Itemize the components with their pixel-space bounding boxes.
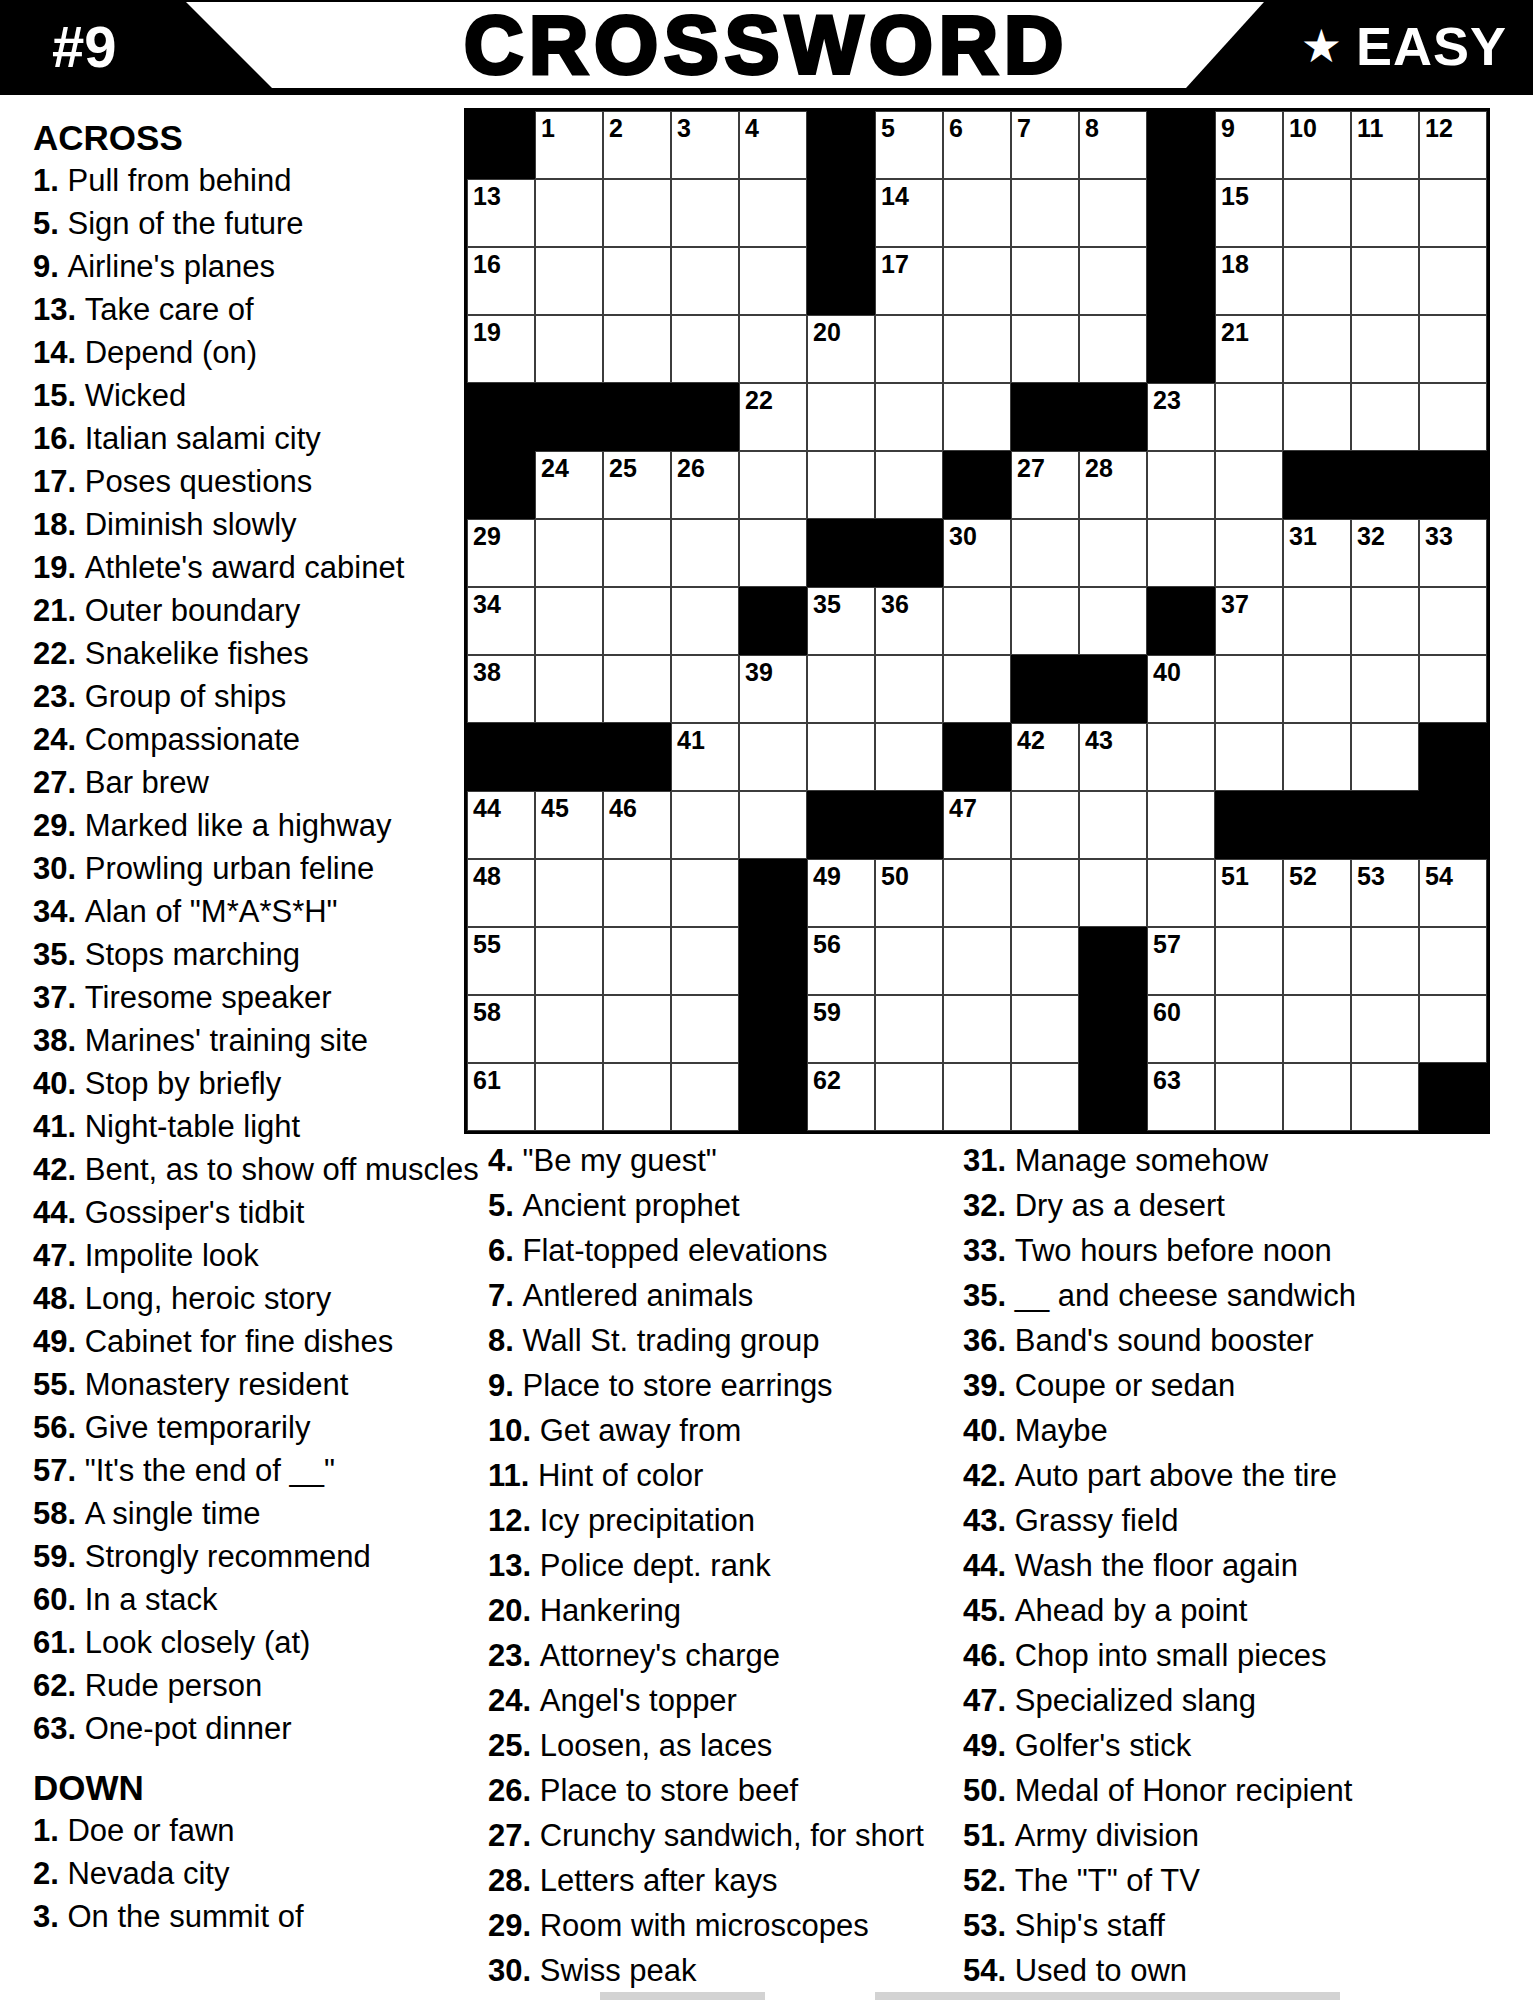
grid-cell[interactable] [603,587,671,655]
grid-cell[interactable] [1419,383,1487,451]
grid-cell[interactable] [1419,247,1487,315]
grid-cell[interactable] [535,519,603,587]
grid-cell[interactable] [1351,995,1419,1063]
grid-cell[interactable] [1011,179,1079,247]
clue-number: 1. [33,1813,67,1848]
clue-number: 4. [488,1143,522,1178]
grid-cell[interactable] [1079,791,1147,859]
grid-cell[interactable] [1079,519,1147,587]
cell-number: 15 [1221,181,1249,211]
down-header: DOWN [33,1766,479,1809]
grid-cell[interactable]: 59 [807,995,875,1063]
clue-text: Swiss peak [540,1953,697,1988]
grid-cell[interactable]: 1 [535,111,603,179]
grid-cell[interactable] [1147,451,1215,519]
clue-number: 62. [33,1668,85,1703]
clue-number: 59. [33,1539,85,1574]
grid-cell[interactable]: 11 [1351,111,1419,179]
grid-cell[interactable] [671,587,739,655]
clue-across-62: 62. Rude person [33,1664,479,1707]
grid-cell[interactable] [671,655,739,723]
grid-cell[interactable] [875,383,943,451]
grid-cell[interactable] [807,383,875,451]
grid-cell[interactable]: 45 [535,791,603,859]
grid-cell[interactable]: 30 [943,519,1011,587]
grid-cell[interactable] [1351,1063,1419,1131]
grid-cell[interactable] [1419,995,1487,1063]
grid-cell[interactable]: 26 [671,451,739,519]
grid-cell[interactable]: 22 [739,383,807,451]
grid-cell[interactable] [875,451,943,519]
clue-text: Strongly recommend [85,1539,371,1574]
black-cell [1419,723,1487,791]
clue-text: Night-table light [85,1109,300,1144]
clue-across-24: 24. Compassionate [33,718,479,761]
grid-cell[interactable] [535,315,603,383]
grid-cell[interactable]: 49 [807,859,875,927]
grid-cell[interactable] [739,451,807,519]
grid-cell[interactable] [1215,995,1283,1063]
clue-number: 10. [488,1413,540,1448]
grid-cell[interactable] [1011,859,1079,927]
grid-cell[interactable] [1419,179,1487,247]
clue-number: 43. [963,1503,1015,1538]
clue-text: __ and cheese sandwich [1015,1278,1356,1313]
clue-text: Rude person [85,1668,263,1703]
cell-number: 9 [1221,113,1235,143]
grid-cell[interactable] [1283,179,1351,247]
grid-cell[interactable] [807,723,875,791]
clue-number: 49. [33,1324,85,1359]
grid-cell[interactable]: 28 [1079,451,1147,519]
clue-text: Dry as a desert [1015,1188,1225,1223]
grid-cell[interactable] [739,791,807,859]
grid-cell[interactable]: 56 [807,927,875,995]
black-cell [1147,247,1215,315]
grid-cell[interactable] [671,247,739,315]
grid-cell[interactable] [875,1063,943,1131]
grid-cell[interactable] [1215,723,1283,791]
clue-down-13: 13. Police dept. rank [488,1543,924,1588]
grid-cell[interactable]: 63 [1147,1063,1215,1131]
grid-cell[interactable] [807,655,875,723]
grid-cell[interactable] [1419,927,1487,995]
grid-cell[interactable] [535,995,603,1063]
difficulty-badge: ★ EASY [1301,0,1507,92]
cell-number: 36 [881,589,909,619]
grid-cell[interactable]: 4 [739,111,807,179]
grid-cell[interactable]: 42 [1011,723,1079,791]
grid-cell[interactable]: 17 [875,247,943,315]
clue-text: Impolite look [85,1238,259,1273]
clue-number: 47. [33,1238,85,1273]
grid-cell[interactable]: 32 [1351,519,1419,587]
clue-text: "Be my guest" [522,1143,716,1178]
grid-cell[interactable] [943,587,1011,655]
grid-cell[interactable] [1351,587,1419,655]
clue-number: 19. [33,550,85,585]
grid-cell[interactable]: 7 [1011,111,1079,179]
black-cell [1079,1063,1147,1131]
black-cell [1419,451,1487,519]
grid-cell[interactable] [1215,927,1283,995]
grid-cell[interactable] [1215,1063,1283,1131]
clue-number: 23. [488,1638,540,1673]
grid-cell[interactable] [603,655,671,723]
black-cell [1079,927,1147,995]
grid-cell[interactable]: 9 [1215,111,1283,179]
clue-number: 21. [33,593,85,628]
clue-across-13: 13. Take care of [33,288,479,331]
clue-text: Depend (on) [85,335,257,370]
grid-cell[interactable] [603,315,671,383]
grid-cell[interactable] [1419,587,1487,655]
black-cell [739,859,807,927]
grid-cell[interactable] [1011,995,1079,1063]
cell-number: 41 [677,725,705,755]
grid-cell[interactable] [943,1063,1011,1131]
grid-cell[interactable] [1215,451,1283,519]
clue-text: Coupe or sedan [1015,1368,1236,1403]
grid-cell[interactable]: 27 [1011,451,1079,519]
grid-cell[interactable] [535,179,603,247]
grid-cell[interactable] [1079,315,1147,383]
grid-cell[interactable] [875,315,943,383]
grid-cell[interactable] [875,723,943,791]
grid-cell[interactable] [535,587,603,655]
grid-cell[interactable] [1011,315,1079,383]
grid-cell[interactable] [739,247,807,315]
clue-text: Get away from [540,1413,742,1448]
grid-cell[interactable] [739,315,807,383]
clue-down-24: 24. Angel's topper [488,1678,924,1723]
black-cell [1147,179,1215,247]
black-cell [1283,791,1351,859]
grid-cell[interactable] [671,859,739,927]
grid-cell[interactable] [1419,655,1487,723]
clue-text: Bent, as to show off muscles [85,1152,479,1187]
clue-text: Room with microscopes [540,1908,869,1943]
grid-cell[interactable] [1283,315,1351,383]
grid-cell[interactable]: 8 [1079,111,1147,179]
cell-number: 46 [609,793,637,823]
grid-cell[interactable]: 25 [603,451,671,519]
cell-number: 32 [1357,521,1385,551]
clue-across-17: 17. Poses questions [33,460,479,503]
clue-number: 54. [963,1953,1015,1988]
clue-text: Ship's staff [1015,1908,1165,1943]
grid-cell[interactable] [739,723,807,791]
grid-cell[interactable] [535,655,603,723]
clue-text: Gossiper's tidbit [85,1195,305,1230]
clue-text: Icy precipitation [540,1503,755,1538]
grid-cell[interactable] [1419,315,1487,383]
grid-cell[interactable] [1283,383,1351,451]
grid-cell[interactable]: 52 [1283,859,1351,927]
clue-across-63: 63. One-pot dinner [33,1707,479,1750]
clue-down-32: 32. Dry as a desert [963,1183,1356,1228]
clue-number: 2. [33,1856,67,1891]
grid-cell[interactable] [1011,791,1079,859]
clue-down-53: 53. Ship's staff [963,1903,1356,1948]
grid-cell[interactable] [1079,859,1147,927]
cell-number: 1 [541,113,555,143]
black-cell [1419,791,1487,859]
clue-across-16: 16. Italian salami city [33,417,479,460]
grid-cell[interactable]: 12 [1419,111,1487,179]
clue-number: 13. [488,1548,540,1583]
grid-cell[interactable] [1283,723,1351,791]
grid-cell[interactable] [535,927,603,995]
cell-number: 40 [1153,657,1181,687]
clue-text: Cabinet for fine dishes [85,1324,393,1359]
clue-across-44: 44. Gossiper's tidbit [33,1191,479,1234]
grid-cell[interactable] [603,859,671,927]
grid-cell[interactable] [1283,655,1351,723]
grid-cell[interactable]: 21 [1215,315,1283,383]
grid-cell[interactable]: 62 [807,1063,875,1131]
clue-across-18: 18. Diminish slowly [33,503,479,546]
black-cell [1351,451,1419,519]
cell-number: 56 [813,929,841,959]
black-cell [739,1063,807,1131]
grid-cell[interactable] [603,247,671,315]
grid-cell[interactable] [671,927,739,995]
clue-number: 53. [963,1908,1015,1943]
grid-cell[interactable]: 35 [807,587,875,655]
grid-cell[interactable] [603,927,671,995]
grid-cell[interactable] [1147,723,1215,791]
cell-number: 25 [609,453,637,483]
grid-cell[interactable] [1215,383,1283,451]
clue-text: Wall St. trading group [522,1323,819,1358]
grid-cell[interactable]: 40 [1147,655,1215,723]
grid-cell[interactable]: 53 [1351,859,1419,927]
clue-across-5: 5. Sign of the future [33,202,479,245]
grid-cell[interactable] [603,519,671,587]
clue-number: 12. [488,1503,540,1538]
grid-cell[interactable] [943,927,1011,995]
black-cell [739,995,807,1063]
grid-cell[interactable] [671,995,739,1063]
clue-text: Loosen, as laces [540,1728,773,1763]
grid-cell[interactable]: 36 [875,587,943,655]
down-clue-list-col1: 1. Doe or fawn2. Nevada city3. On the su… [33,1809,479,1938]
grid-cell[interactable]: 46 [603,791,671,859]
grid-cell[interactable]: 20 [807,315,875,383]
grid-cell[interactable] [943,247,1011,315]
grid-cell[interactable]: 57 [1147,927,1215,995]
clue-number: 40. [963,1413,1015,1448]
grid-cell[interactable]: 6 [943,111,1011,179]
grid-cell[interactable]: 23 [1147,383,1215,451]
clue-text: Used to own [1015,1953,1187,1988]
header-bar: #9 CROSSWORD ★ EASY [0,0,1533,95]
grid-cell[interactable] [875,655,943,723]
grid-cell[interactable]: 14 [875,179,943,247]
grid-cell[interactable] [1351,723,1419,791]
grid-cell[interactable] [671,179,739,247]
grid-cell[interactable] [1283,587,1351,655]
grid-cell[interactable] [1079,587,1147,655]
grid-cell[interactable] [943,859,1011,927]
grid-cell[interactable] [535,859,603,927]
grid-cell[interactable]: 54 [1419,859,1487,927]
clue-text: Stop by briefly [85,1066,281,1101]
clue-number: 36. [963,1323,1015,1358]
clue-text: Stops marching [85,937,300,972]
clue-text: Athlete's award cabinet [85,550,405,585]
cell-number: 18 [1221,249,1249,279]
grid-cell[interactable] [535,247,603,315]
clue-text: In a stack [85,1582,218,1617]
clue-text: Army division [1015,1818,1199,1853]
grid-cell[interactable] [1147,859,1215,927]
clue-across-61: 61. Look closely (at) [33,1621,479,1664]
grid-cell[interactable] [1283,927,1351,995]
grid-cell[interactable] [1283,1063,1351,1131]
grid-cell[interactable] [671,1063,739,1131]
clue-number: 31. [963,1143,1015,1178]
grid-cell[interactable] [943,315,1011,383]
clue-text: Police dept. rank [540,1548,771,1583]
clue-text: Hankering [540,1593,681,1628]
clue-across-23: 23. Group of ships [33,675,479,718]
grid-cell[interactable]: 10 [1283,111,1351,179]
clue-text: Golfer's stick [1015,1728,1191,1763]
black-cell [807,519,875,587]
across-clue-column: ACROSS 1. Pull from behind5. Sign of the… [33,116,479,1938]
black-cell [807,247,875,315]
grid-cell[interactable] [671,791,739,859]
clue-text: Give temporarily [85,1410,311,1445]
clue-down-30: 30. Swiss peak [488,1948,924,1993]
clue-number: 38. [33,1023,85,1058]
grid-cell[interactable] [739,179,807,247]
grid-cell[interactable] [603,995,671,1063]
grid-cell[interactable] [1079,247,1147,315]
grid-cell[interactable]: 43 [1079,723,1147,791]
grid-cell[interactable]: 2 [603,111,671,179]
grid-cell[interactable] [1351,315,1419,383]
grid-cell[interactable] [1011,927,1079,995]
grid-cell[interactable]: 31 [1283,519,1351,587]
grid-cell[interactable]: 60 [1147,995,1215,1063]
clue-across-57: 57. "It's the end of __" [33,1449,479,1492]
grid-cell[interactable]: 47 [943,791,1011,859]
clue-text: Look closely (at) [85,1625,311,1660]
clue-number: 56. [33,1410,85,1445]
black-cell [535,383,603,451]
grid-cell[interactable] [535,1063,603,1131]
clue-text: Place to store beef [540,1773,799,1808]
footer-cutoff-text [600,1992,765,2000]
grid-cell[interactable] [739,519,807,587]
clue-number: 61. [33,1625,85,1660]
black-cell [1079,383,1147,451]
clue-text: Compassionate [85,722,300,757]
grid-cell[interactable]: 39 [739,655,807,723]
clue-down-40: 40. Maybe [963,1408,1356,1453]
grid-cell[interactable] [943,179,1011,247]
grid-cell[interactable] [1147,791,1215,859]
grid-cell[interactable] [1011,1063,1079,1131]
clue-number: 7. [488,1278,522,1313]
clue-text: Airline's planes [67,249,275,284]
across-header: ACROSS [33,116,479,159]
clue-down-44: 44. Wash the floor again [963,1543,1356,1588]
grid-cell[interactable] [1215,519,1283,587]
grid-cell[interactable]: 37 [1215,587,1283,655]
cell-number: 8 [1085,113,1099,143]
grid-cell[interactable] [1351,247,1419,315]
clue-number: 9. [488,1368,522,1403]
grid-cell[interactable]: 5 [875,111,943,179]
cell-number: 51 [1221,861,1249,891]
clue-number: 55. [33,1367,85,1402]
cell-number: 22 [745,385,773,415]
cell-number: 21 [1221,317,1249,347]
grid-cell[interactable] [1011,519,1079,587]
grid-cell[interactable] [1283,247,1351,315]
grid-cell[interactable] [1351,383,1419,451]
cell-number: 7 [1017,113,1031,143]
clue-text: Angel's topper [540,1683,737,1718]
grid-cell[interactable] [671,315,739,383]
grid-cell[interactable] [603,1063,671,1131]
clue-number: 52. [963,1863,1015,1898]
cell-number: 6 [949,113,963,143]
grid-cell[interactable]: 41 [671,723,739,791]
grid-cell[interactable] [1011,247,1079,315]
grid-cell[interactable]: 51 [1215,859,1283,927]
grid-cell[interactable] [875,995,943,1063]
grid-cell[interactable]: 3 [671,111,739,179]
grid-cell[interactable] [943,995,1011,1063]
grid-cell[interactable] [875,927,943,995]
clue-text: Ahead by a point [1015,1593,1248,1628]
grid-cell[interactable] [943,383,1011,451]
grid-cell[interactable]: 15 [1215,179,1283,247]
clue-down-23: 23. Attorney's charge [488,1633,924,1678]
grid-cell[interactable] [603,179,671,247]
clue-number: 22. [33,636,85,671]
grid-cell[interactable] [1011,587,1079,655]
grid-cell[interactable] [1215,655,1283,723]
grid-cell[interactable] [1283,995,1351,1063]
grid-cell[interactable]: 33 [1419,519,1487,587]
grid-cell[interactable] [671,519,739,587]
grid-cell[interactable] [1351,927,1419,995]
clue-text: Poses questions [85,464,312,499]
grid-cell[interactable] [1351,179,1419,247]
clue-across-38: 38. Marines' training site [33,1019,479,1062]
grid-cell[interactable]: 18 [1215,247,1283,315]
cell-number: 14 [881,181,909,211]
grid-cell[interactable] [1351,655,1419,723]
grid-cell[interactable] [807,451,875,519]
clue-text: Outer boundary [85,593,300,628]
grid-cell[interactable]: 50 [875,859,943,927]
black-cell [1215,791,1283,859]
clue-number: 46. [963,1638,1015,1673]
grid-cell[interactable] [943,655,1011,723]
clue-down-4: 4. "Be my guest" [488,1138,924,1183]
grid-cell[interactable] [1147,519,1215,587]
grid-cell[interactable]: 24 [535,451,603,519]
black-cell [671,383,739,451]
grid-cell[interactable] [1079,179,1147,247]
